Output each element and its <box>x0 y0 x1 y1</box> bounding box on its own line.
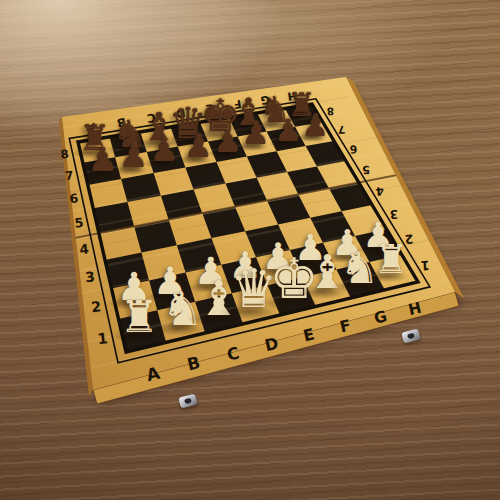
rank-label-left-5: 5 <box>74 215 85 231</box>
rank-label-right-6: 6 <box>349 142 357 155</box>
rank-label-left-4: 4 <box>79 241 90 257</box>
photo-scene: AABBCCDDEEFFGGHH1122334455667788 ♜♞♝♛♚♝♞… <box>0 0 500 500</box>
piece-white-rook-h1: ♜ <box>373 242 409 278</box>
rank-label-left-1: 1 <box>97 329 109 347</box>
rank-label-left-2: 2 <box>90 298 102 315</box>
piece-black-pawn-f7: ♟ <box>242 120 270 148</box>
piece-black-pawn-h7: ♟ <box>301 111 328 138</box>
rank-label-left-8: 8 <box>60 147 70 162</box>
rank-label-right-5: 5 <box>362 163 371 177</box>
rank-label-left-3: 3 <box>84 268 95 285</box>
rank-label-left-7: 7 <box>64 169 74 184</box>
rank-label-right-4: 4 <box>375 184 384 199</box>
rank-label-right-1: 1 <box>420 258 430 274</box>
piece-black-pawn-c7: ♟ <box>149 136 178 165</box>
rank-label-right-7: 7 <box>338 124 346 136</box>
